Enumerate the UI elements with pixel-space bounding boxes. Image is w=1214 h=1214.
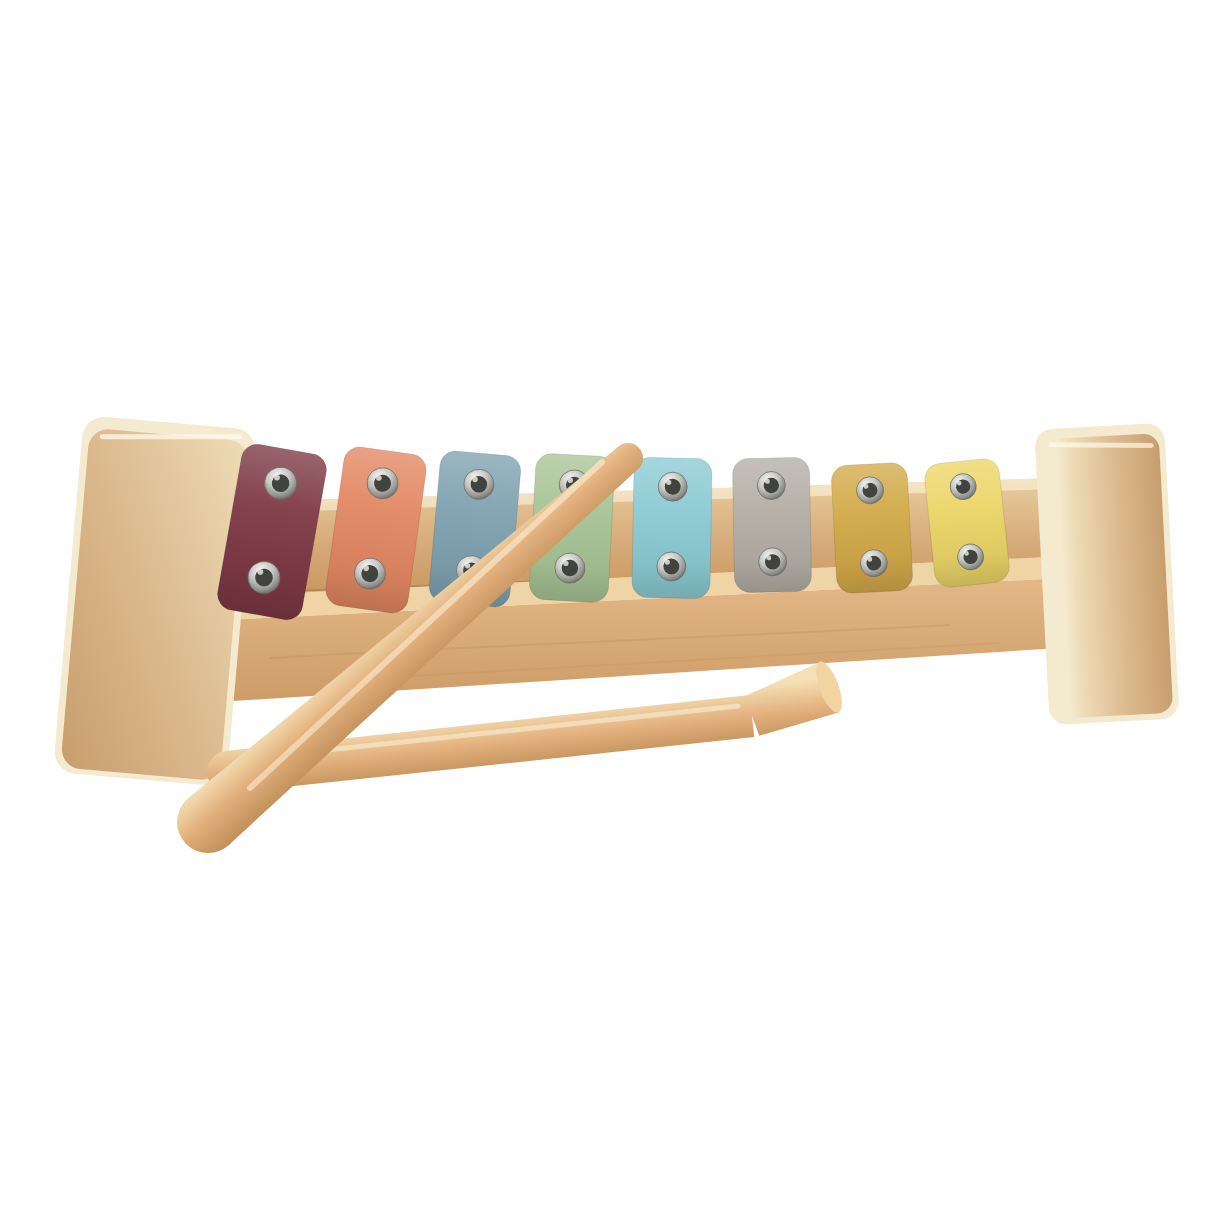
right-end-block [1034,423,1179,725]
right-end-block-face [1041,433,1173,719]
screw [658,472,688,502]
screw [758,548,786,576]
bar-8-pale-yellow [923,457,1011,588]
front-mallet-tip [613,443,643,473]
bar-6-warm-grey [732,457,811,592]
bar-7-mustard-yellow [831,462,914,594]
screw [657,552,687,582]
bar-5-sky-teal [632,457,712,598]
screw [757,471,785,499]
product-photo [0,0,1214,1214]
front-mallet-butt [177,791,239,853]
product-photo-stage [0,0,1214,1214]
